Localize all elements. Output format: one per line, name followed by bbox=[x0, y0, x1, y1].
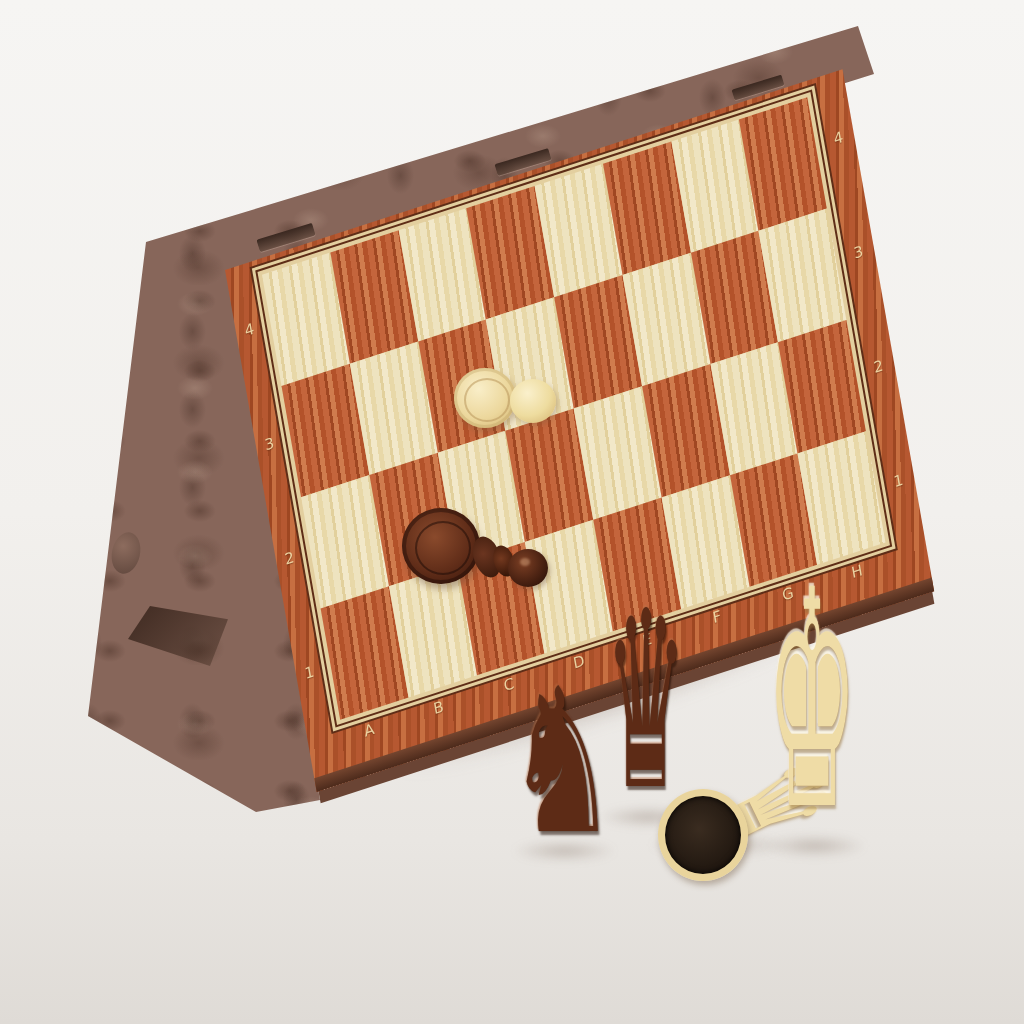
black-knight: ♞ bbox=[506, 662, 617, 862]
black-pawn-highlight bbox=[520, 558, 530, 566]
rank-label-left-3: 3 bbox=[264, 436, 276, 454]
white-pawn-head bbox=[510, 379, 556, 423]
rank-label-left-4: 4 bbox=[244, 321, 256, 339]
file-label-b: B bbox=[432, 699, 444, 717]
rank-label-right-2: 2 bbox=[873, 358, 885, 376]
black-pawn-head bbox=[508, 549, 548, 587]
file-label-a: A bbox=[363, 722, 375, 740]
white-pawn-base-ring bbox=[464, 378, 510, 422]
rank-label-right-4: 4 bbox=[833, 130, 845, 148]
rank-label-left-2: 2 bbox=[284, 550, 296, 568]
rank-label-left-1: 1 bbox=[304, 664, 316, 682]
rank-label-right-1: 1 bbox=[893, 473, 905, 491]
rank-label-right-3: 3 bbox=[853, 244, 865, 262]
white-king: ♚ bbox=[766, 552, 857, 852]
black-pawn-base-ring bbox=[415, 521, 471, 575]
black-queen: ♛ bbox=[605, 579, 686, 824]
file-label-f: F bbox=[712, 609, 723, 626]
